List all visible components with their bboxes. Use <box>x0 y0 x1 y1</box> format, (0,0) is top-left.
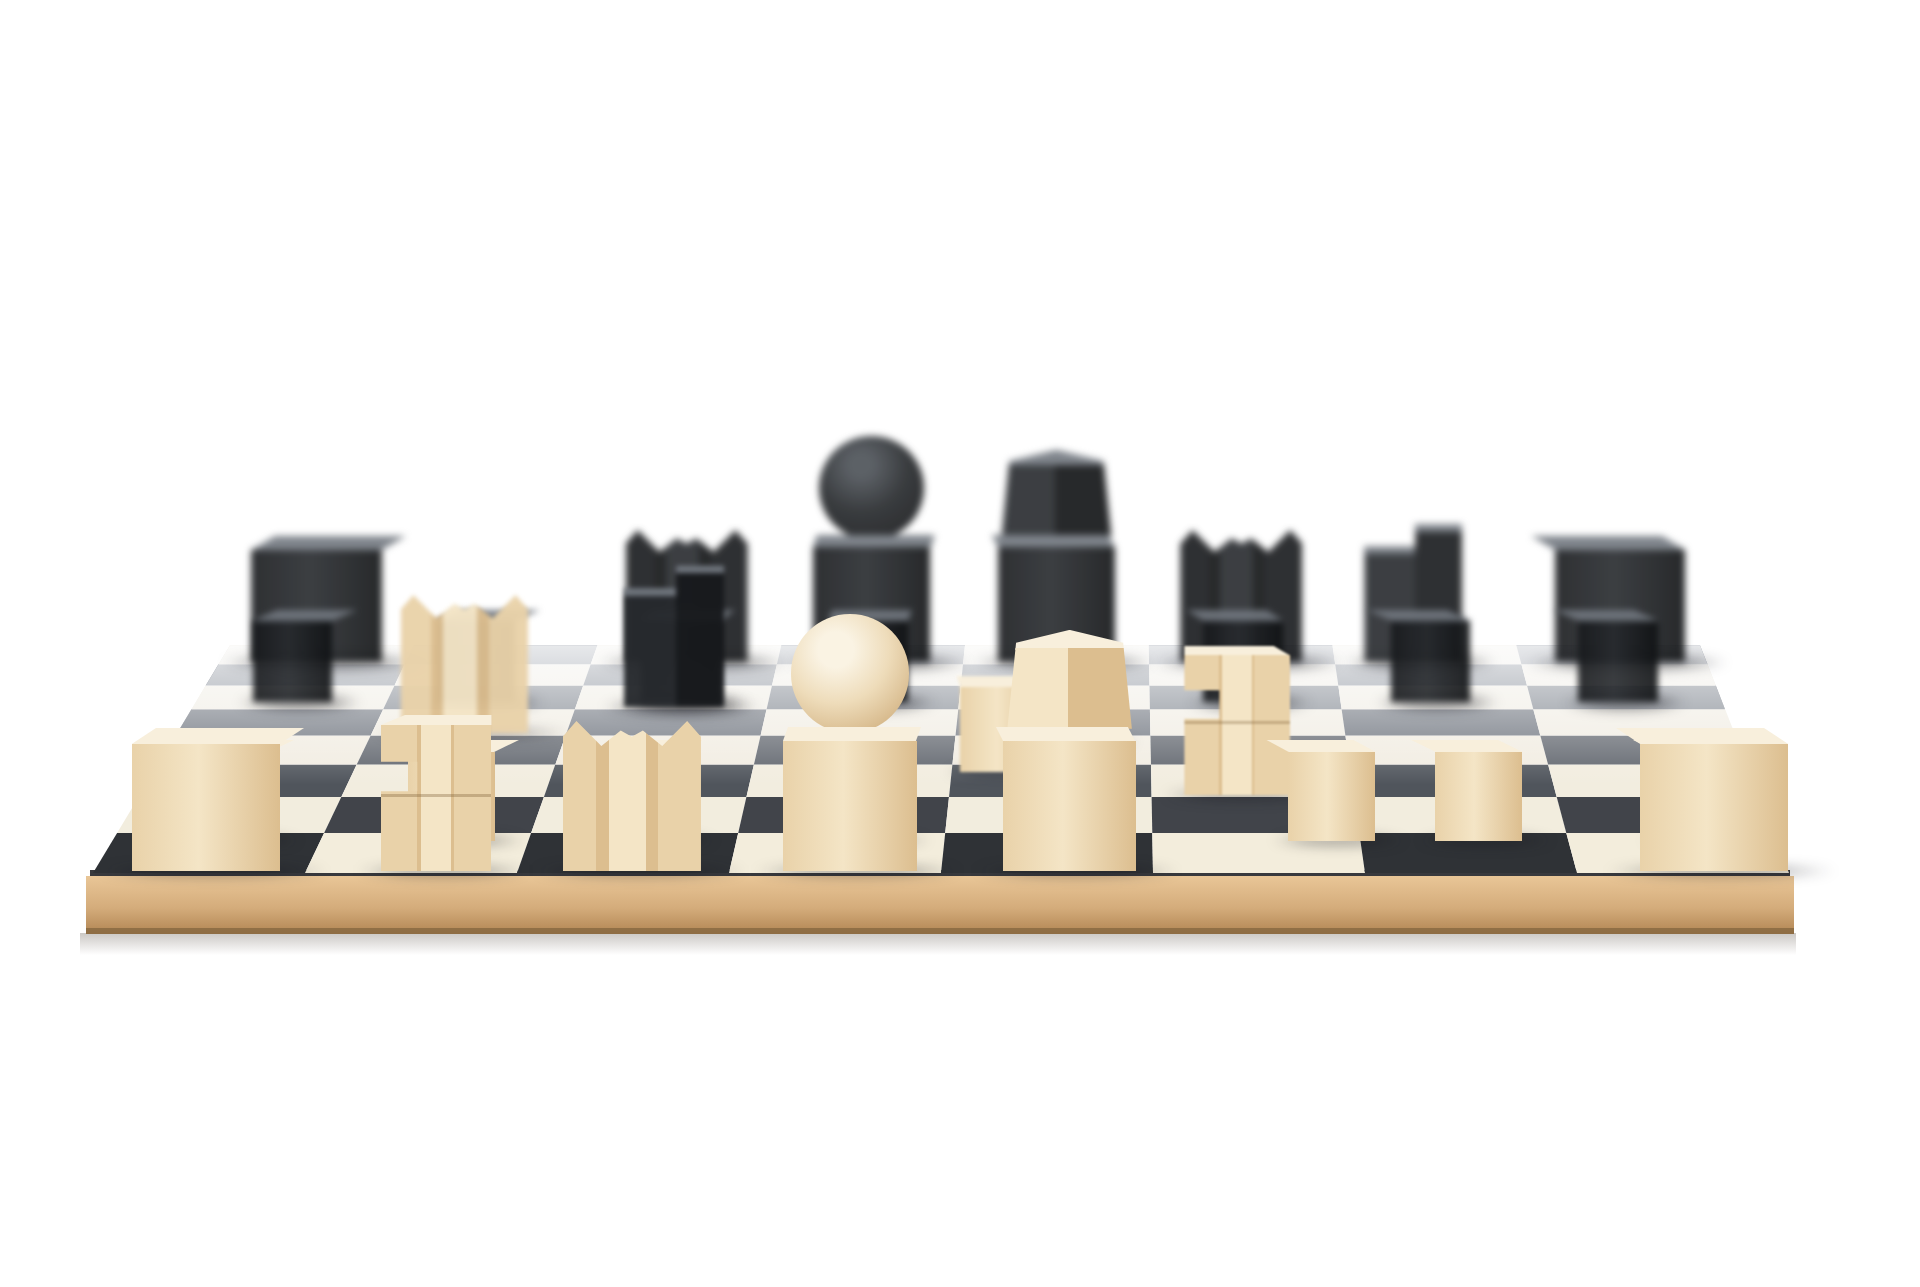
piece-black-knight-c6[interactable] <box>624 565 724 707</box>
piece-white-rook-h1[interactable] <box>1640 728 1788 871</box>
piece-white-bishop-c1[interactable] <box>563 715 701 871</box>
piece-white-pawn-g2[interactable] <box>1435 740 1522 840</box>
pieces-layer <box>0 0 1920 1287</box>
piece-black-pawn-a7[interactable] <box>253 610 333 702</box>
piece-white-king-e1[interactable] <box>1003 630 1135 871</box>
piece-white-knight-b1[interactable] <box>381 715 492 871</box>
piece-white-rook-a1[interactable] <box>132 728 280 871</box>
piece-black-pawn-g7[interactable] <box>1391 610 1471 702</box>
piece-white-pawn-f2[interactable] <box>1288 740 1375 840</box>
bauhaus-chess-scene <box>0 0 1920 1287</box>
piece-white-bishop-b5[interactable] <box>401 589 529 733</box>
piece-white-queen-d1[interactable] <box>783 614 916 871</box>
piece-white-knight-f3[interactable] <box>1184 646 1290 795</box>
piece-black-pawn-h7[interactable] <box>1578 610 1658 702</box>
